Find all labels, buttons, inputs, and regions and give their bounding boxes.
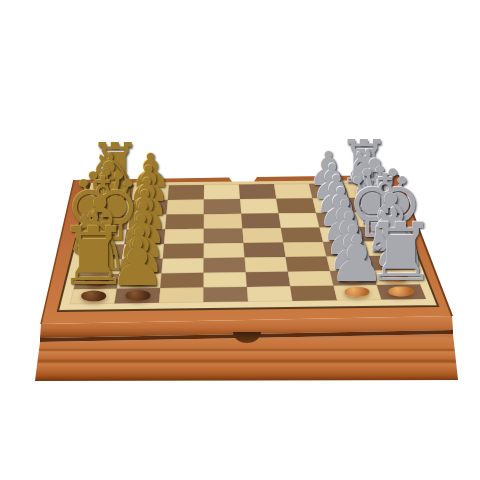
square-a3[interactable]: [168, 185, 204, 200]
square-c3[interactable]: [165, 214, 204, 229]
square-e4[interactable]: [204, 243, 245, 258]
square-h5[interactable]: [247, 286, 293, 301]
square-e5[interactable]: [244, 243, 286, 258]
square-a4[interactable]: [204, 185, 240, 200]
square-f5[interactable]: [245, 257, 288, 272]
square-a5[interactable]: [239, 184, 276, 199]
square-d5[interactable]: [242, 228, 283, 243]
square-f4[interactable]: [204, 258, 246, 273]
silver-p-glyph: ♟: [329, 229, 386, 293]
square-g4[interactable]: [204, 272, 247, 287]
square-c5[interactable]: [241, 213, 281, 228]
square-d3[interactable]: [164, 229, 204, 244]
square-g5[interactable]: [246, 272, 290, 287]
square-d4[interactable]: [204, 228, 244, 243]
square-c4[interactable]: [204, 214, 243, 229]
gold-r-glyph: ♜: [58, 217, 130, 297]
square-f3[interactable]: [162, 258, 204, 273]
square-e3[interactable]: [163, 244, 204, 259]
square-h4[interactable]: [204, 287, 249, 302]
square-b4[interactable]: [204, 199, 241, 214]
chess-set-scene: ♜♞♝♛♚♝♞♜♟♟♟♟♟♟♟♟♟♟♟♟♟♟♟♟♜♞♝♛♚♝♞♜: [0, 0, 480, 480]
square-b5[interactable]: [240, 199, 279, 214]
piece-black-p-h7[interactable]: ♟: [329, 226, 386, 297]
square-b3[interactable]: [167, 200, 204, 215]
piece-white-r-h1[interactable]: ♜: [58, 214, 130, 302]
